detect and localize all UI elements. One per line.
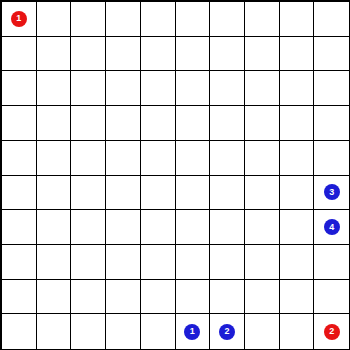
cell-r2c2[interactable] (37, 37, 72, 72)
cell-r10c3[interactable] (71, 314, 106, 349)
cell-r3c10[interactable] (314, 71, 349, 106)
cell-r4c3[interactable] (71, 106, 106, 141)
cell-r6c7[interactable] (210, 176, 245, 211)
cell-r3c1[interactable] (2, 71, 37, 106)
cell-r8c9[interactable] (280, 245, 315, 280)
cell-r3c4[interactable] (106, 71, 141, 106)
cell-r2c3[interactable] (71, 37, 106, 72)
cell-r1c10[interactable] (314, 2, 349, 37)
cell-r2c10[interactable] (314, 37, 349, 72)
cell-r10c5[interactable] (141, 314, 176, 349)
cell-r5c3[interactable] (71, 141, 106, 176)
cell-r8c7[interactable] (210, 245, 245, 280)
cell-r4c10[interactable] (314, 106, 349, 141)
cell-r5c8[interactable] (245, 141, 280, 176)
cell-r2c4[interactable] (106, 37, 141, 72)
cell-r7c3[interactable] (71, 210, 106, 245)
cell-r2c1[interactable] (2, 37, 37, 72)
cell-r10c9[interactable] (280, 314, 315, 349)
cell-r2c7[interactable] (210, 37, 245, 72)
cell-r6c3[interactable] (71, 176, 106, 211)
cell-r5c7[interactable] (210, 141, 245, 176)
cell-r3c3[interactable] (71, 71, 106, 106)
cell-r4c4[interactable] (106, 106, 141, 141)
cell-r5c10[interactable] (314, 141, 349, 176)
cell-r7c4[interactable] (106, 210, 141, 245)
cell-r6c2[interactable] (37, 176, 72, 211)
cell-r10c4[interactable] (106, 314, 141, 349)
cell-r5c1[interactable] (2, 141, 37, 176)
cell-r2c9[interactable] (280, 37, 315, 72)
cell-r9c7[interactable] (210, 280, 245, 315)
cell-r9c4[interactable] (106, 280, 141, 315)
token-blue-1[interactable]: 1 (184, 324, 200, 340)
token-blue-4[interactable]: 4 (324, 219, 340, 235)
cell-r3c7[interactable] (210, 71, 245, 106)
cell-r9c2[interactable] (37, 280, 72, 315)
cell-r5c2[interactable] (37, 141, 72, 176)
cell-r4c8[interactable] (245, 106, 280, 141)
cell-r7c6[interactable] (176, 210, 211, 245)
cell-r1c9[interactable] (280, 2, 315, 37)
cell-r6c5[interactable] (141, 176, 176, 211)
cell-r8c8[interactable] (245, 245, 280, 280)
cell-r9c1[interactable] (2, 280, 37, 315)
cell-r1c7[interactable] (210, 2, 245, 37)
cell-r1c4[interactable] (106, 2, 141, 37)
cell-r9c9[interactable] (280, 280, 315, 315)
game-stage: 134122 (0, 0, 350, 350)
cell-r6c8[interactable] (245, 176, 280, 211)
cell-r9c6[interactable] (176, 280, 211, 315)
cell-r3c8[interactable] (245, 71, 280, 106)
cell-r4c5[interactable] (141, 106, 176, 141)
token-red-2[interactable]: 2 (324, 324, 340, 340)
cell-r2c5[interactable] (141, 37, 176, 72)
cell-r10c1[interactable] (2, 314, 37, 349)
cell-r1c1[interactable]: 1 (2, 2, 37, 37)
cell-r5c6[interactable] (176, 141, 211, 176)
token-red-1[interactable]: 1 (11, 11, 27, 27)
cell-r10c10[interactable]: 2 (314, 314, 349, 349)
cell-r3c9[interactable] (280, 71, 315, 106)
cell-r8c4[interactable] (106, 245, 141, 280)
cell-r2c8[interactable] (245, 37, 280, 72)
cell-r1c5[interactable] (141, 2, 176, 37)
cell-r5c5[interactable] (141, 141, 176, 176)
cell-r4c9[interactable] (280, 106, 315, 141)
cell-r4c7[interactable] (210, 106, 245, 141)
cell-r3c5[interactable] (141, 71, 176, 106)
cell-r8c5[interactable] (141, 245, 176, 280)
cell-r6c10[interactable]: 3 (314, 176, 349, 211)
cell-r1c3[interactable] (71, 2, 106, 37)
cell-r2c6[interactable] (176, 37, 211, 72)
cell-r7c5[interactable] (141, 210, 176, 245)
cell-r9c5[interactable] (141, 280, 176, 315)
cell-r8c10[interactable] (314, 245, 349, 280)
cell-r4c2[interactable] (37, 106, 72, 141)
board: 134122 (0, 0, 350, 350)
cell-r10c8[interactable] (245, 314, 280, 349)
cell-r10c6[interactable]: 1 (176, 314, 211, 349)
cell-r4c6[interactable] (176, 106, 211, 141)
cell-r7c2[interactable] (37, 210, 72, 245)
token-blue-3[interactable]: 3 (324, 184, 340, 200)
cell-r3c6[interactable] (176, 71, 211, 106)
cell-r4c1[interactable] (2, 106, 37, 141)
cell-r6c6[interactable] (176, 176, 211, 211)
cell-r6c4[interactable] (106, 176, 141, 211)
cell-r9c8[interactable] (245, 280, 280, 315)
cell-r5c9[interactable] (280, 141, 315, 176)
cell-r8c2[interactable] (37, 245, 72, 280)
cell-r5c4[interactable] (106, 141, 141, 176)
cell-r6c1[interactable] (2, 176, 37, 211)
cell-r7c10[interactable]: 4 (314, 210, 349, 245)
cell-r10c2[interactable] (37, 314, 72, 349)
cell-r1c8[interactable] (245, 2, 280, 37)
cell-r1c6[interactable] (176, 2, 211, 37)
token-blue-2[interactable]: 2 (219, 324, 235, 340)
cell-r6c9[interactable] (280, 176, 315, 211)
cell-r7c7[interactable] (210, 210, 245, 245)
cell-r1c2[interactable] (37, 2, 72, 37)
cell-r8c1[interactable] (2, 245, 37, 280)
cell-r3c2[interactable] (37, 71, 72, 106)
cell-r10c7[interactable]: 2 (210, 314, 245, 349)
cell-r9c3[interactable] (71, 280, 106, 315)
cell-r7c9[interactable] (280, 210, 315, 245)
cell-r8c3[interactable] (71, 245, 106, 280)
cell-r9c10[interactable] (314, 280, 349, 315)
cell-r8c6[interactable] (176, 245, 211, 280)
cell-r7c8[interactable] (245, 210, 280, 245)
cell-r7c1[interactable] (2, 210, 37, 245)
